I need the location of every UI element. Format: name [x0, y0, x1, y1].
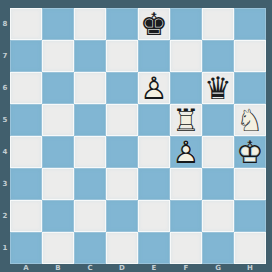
- rank-labels: 87654321: [0, 8, 10, 264]
- square-g5[interactable]: [202, 104, 234, 136]
- white-pawn-icon: ♟: [138, 72, 170, 104]
- square-d7[interactable]: [106, 40, 138, 72]
- square-a1[interactable]: [10, 232, 42, 264]
- file-label-h: H: [234, 263, 266, 272]
- white-king[interactable]: ♚♔: [234, 136, 266, 168]
- square-e7[interactable]: [138, 40, 170, 72]
- square-e3[interactable]: [138, 168, 170, 200]
- rank-label-7: 7: [0, 40, 10, 72]
- white-rook-icon-outline: ♖: [170, 104, 202, 136]
- square-h2[interactable]: [234, 200, 266, 232]
- square-b5[interactable]: [42, 104, 74, 136]
- square-a3[interactable]: [10, 168, 42, 200]
- square-g3[interactable]: [202, 168, 234, 200]
- square-h3[interactable]: [234, 168, 266, 200]
- square-f3[interactable]: [170, 168, 202, 200]
- file-label-c: C: [74, 263, 106, 272]
- square-b4[interactable]: [42, 136, 74, 168]
- white-king-icon: ♚: [234, 136, 266, 168]
- square-f5[interactable]: ♜♖: [170, 104, 202, 136]
- black-king-icon: ♚: [138, 8, 170, 40]
- square-e4[interactable]: [138, 136, 170, 168]
- square-h7[interactable]: [234, 40, 266, 72]
- square-b2[interactable]: [42, 200, 74, 232]
- square-h5[interactable]: ♞♘: [234, 104, 266, 136]
- square-c4[interactable]: [74, 136, 106, 168]
- square-g1[interactable]: [202, 232, 234, 264]
- square-a7[interactable]: [10, 40, 42, 72]
- square-d4[interactable]: [106, 136, 138, 168]
- chess-board: ♚♟♙♛♜♖♞♘♟♙♚♔: [10, 8, 266, 264]
- black-king[interactable]: ♚: [138, 8, 170, 40]
- square-c6[interactable]: [74, 72, 106, 104]
- file-label-d: D: [106, 263, 138, 272]
- square-d6[interactable]: [106, 72, 138, 104]
- square-a6[interactable]: [10, 72, 42, 104]
- square-d3[interactable]: [106, 168, 138, 200]
- square-f6[interactable]: [170, 72, 202, 104]
- file-label-e: E: [138, 263, 170, 272]
- square-e1[interactable]: [138, 232, 170, 264]
- white-pawn-icon: ♟: [170, 136, 202, 168]
- rank-label-6: 6: [0, 72, 10, 104]
- square-f1[interactable]: [170, 232, 202, 264]
- white-pawn[interactable]: ♟♙: [170, 136, 202, 168]
- black-queen[interactable]: ♛: [202, 72, 234, 104]
- square-a2[interactable]: [10, 200, 42, 232]
- square-c3[interactable]: [74, 168, 106, 200]
- square-f7[interactable]: [170, 40, 202, 72]
- square-c1[interactable]: [74, 232, 106, 264]
- square-g8[interactable]: [202, 8, 234, 40]
- square-b3[interactable]: [42, 168, 74, 200]
- square-g7[interactable]: [202, 40, 234, 72]
- white-pawn[interactable]: ♟♙: [138, 72, 170, 104]
- square-h1[interactable]: [234, 232, 266, 264]
- square-f4[interactable]: ♟♙: [170, 136, 202, 168]
- rank-label-1: 1: [0, 232, 10, 264]
- file-labels: ABCDEFGH: [10, 263, 266, 272]
- square-c2[interactable]: [74, 200, 106, 232]
- square-a8[interactable]: [10, 8, 42, 40]
- square-h6[interactable]: [234, 72, 266, 104]
- square-c7[interactable]: [74, 40, 106, 72]
- white-pawn-icon-outline: ♙: [138, 72, 170, 104]
- white-rook[interactable]: ♜♖: [170, 104, 202, 136]
- white-knight[interactable]: ♞♘: [234, 104, 266, 136]
- white-king-icon-outline: ♔: [234, 136, 266, 168]
- chess-diagram: 87654321 ♚♟♙♛♜♖♞♘♟♙♚♔ ABCDEFGH: [0, 0, 272, 272]
- square-d5[interactable]: [106, 104, 138, 136]
- square-f8[interactable]: [170, 8, 202, 40]
- square-e2[interactable]: [138, 200, 170, 232]
- rank-label-2: 2: [0, 200, 10, 232]
- square-a5[interactable]: [10, 104, 42, 136]
- white-knight-icon: ♞: [234, 104, 266, 136]
- rank-label-4: 4: [0, 136, 10, 168]
- square-d1[interactable]: [106, 232, 138, 264]
- square-h8[interactable]: [234, 8, 266, 40]
- rank-label-3: 3: [0, 168, 10, 200]
- square-g4[interactable]: [202, 136, 234, 168]
- rank-label-8: 8: [0, 8, 10, 40]
- file-label-a: A: [10, 263, 42, 272]
- file-label-b: B: [42, 263, 74, 272]
- square-c8[interactable]: [74, 8, 106, 40]
- square-d8[interactable]: [106, 8, 138, 40]
- square-f2[interactable]: [170, 200, 202, 232]
- square-e5[interactable]: [138, 104, 170, 136]
- white-pawn-icon-outline: ♙: [170, 136, 202, 168]
- square-e6[interactable]: ♟♙: [138, 72, 170, 104]
- square-g2[interactable]: [202, 200, 234, 232]
- square-e8[interactable]: ♚: [138, 8, 170, 40]
- file-label-g: G: [202, 263, 234, 272]
- white-knight-icon-outline: ♘: [234, 104, 266, 136]
- square-g6[interactable]: ♛: [202, 72, 234, 104]
- square-a4[interactable]: [10, 136, 42, 168]
- black-queen-icon: ♛: [202, 72, 234, 104]
- square-h4[interactable]: ♚♔: [234, 136, 266, 168]
- rank-label-5: 5: [0, 104, 10, 136]
- square-b7[interactable]: [42, 40, 74, 72]
- square-b8[interactable]: [42, 8, 74, 40]
- square-c5[interactable]: [74, 104, 106, 136]
- file-label-f: F: [170, 263, 202, 272]
- white-rook-icon: ♜: [170, 104, 202, 136]
- square-b6[interactable]: [42, 72, 74, 104]
- square-d2[interactable]: [106, 200, 138, 232]
- square-b1[interactable]: [42, 232, 74, 264]
